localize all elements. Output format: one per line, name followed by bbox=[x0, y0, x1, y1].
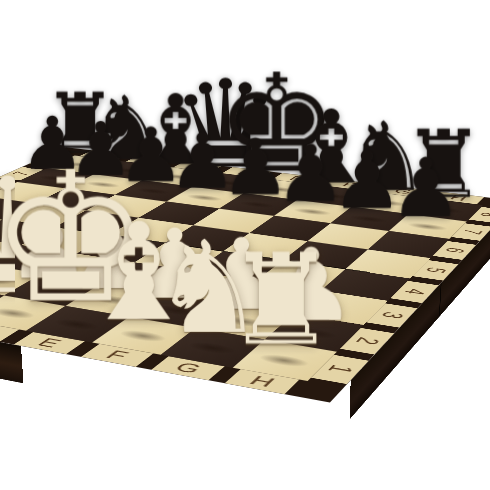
square-h1: ♜ bbox=[233, 340, 337, 381]
file-label: H bbox=[448, 194, 469, 202]
file-label: F bbox=[339, 182, 358, 189]
chess-board: ABCDEFGH ABCDEFGH 87654321 87654321 ♜♞♝♛… bbox=[0, 147, 490, 402]
file-label: G bbox=[392, 188, 415, 195]
rank-label: 5 bbox=[421, 266, 450, 274]
rank-label: 1 bbox=[323, 364, 357, 375]
board-scene: ABCDEFGH ABCDEFGH 87654321 87654321 ♜♞♝♛… bbox=[0, 0, 490, 490]
fold-seam-edge bbox=[439, 282, 442, 317]
rank-label: 7 bbox=[459, 229, 485, 236]
file-label: E bbox=[287, 175, 308, 182]
rank-label: 6 bbox=[441, 247, 468, 254]
piece-white-rook: ♜ bbox=[181, 239, 381, 364]
photo-canvas: ABCDEFGH ABCDEFGH 87654321 87654321 ♜♞♝♛… bbox=[0, 0, 490, 490]
file-label: H bbox=[246, 374, 279, 389]
file-label: D bbox=[236, 169, 258, 176]
rank-label: 8 bbox=[476, 212, 490, 218]
file-label: C bbox=[186, 163, 208, 169]
